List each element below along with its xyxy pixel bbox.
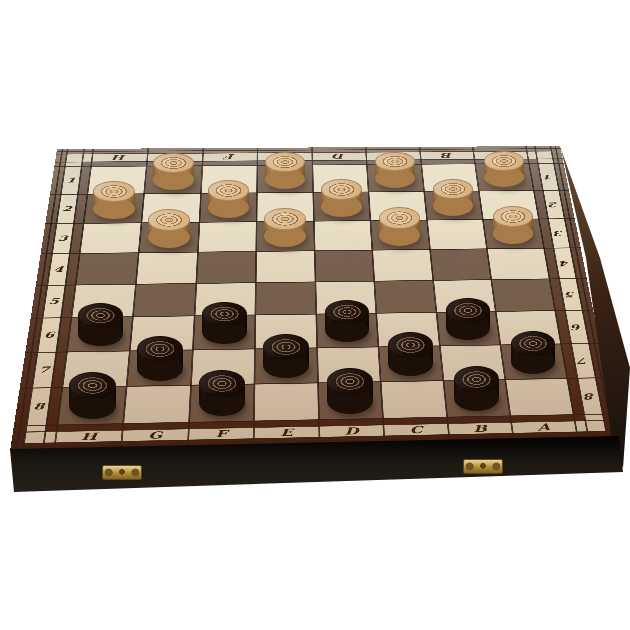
checker-part xyxy=(148,209,190,231)
checker-part xyxy=(388,332,433,357)
checker-dark[interactable] xyxy=(388,332,433,376)
checker-light[interactable] xyxy=(265,152,305,189)
checker-part xyxy=(208,180,249,201)
checker-dark[interactable] xyxy=(511,331,555,374)
checker-part xyxy=(511,331,555,356)
checker-light[interactable] xyxy=(493,206,534,244)
checker-light[interactable] xyxy=(433,179,473,216)
checker-part xyxy=(199,370,246,397)
pieces-layer xyxy=(0,0,630,630)
checker-dark[interactable] xyxy=(454,366,500,411)
checker-dark[interactable] xyxy=(78,303,123,346)
checker-dark[interactable] xyxy=(263,334,308,378)
checker-light[interactable] xyxy=(321,179,362,216)
checker-dark[interactable] xyxy=(325,300,369,343)
checker-light[interactable] xyxy=(208,180,249,218)
checker-dark[interactable] xyxy=(69,372,116,418)
checker-part xyxy=(379,207,420,229)
checker-part xyxy=(137,336,183,362)
checker-part xyxy=(446,298,490,322)
checker-part xyxy=(93,181,135,202)
checker-light[interactable] xyxy=(93,181,135,219)
checker-dark[interactable] xyxy=(446,298,490,340)
checker-part xyxy=(264,208,306,230)
checker-part xyxy=(202,302,247,327)
checker-light[interactable] xyxy=(375,152,415,188)
scene: HGFEDCBA HGFEDCBA 12345678 12345678 xyxy=(0,0,630,630)
checker-light[interactable] xyxy=(148,209,190,248)
checker-part xyxy=(325,300,369,324)
checker-light[interactable] xyxy=(379,207,420,245)
checker-dark[interactable] xyxy=(327,368,373,414)
checker-dark[interactable] xyxy=(202,302,247,345)
checker-part xyxy=(454,366,500,392)
checker-part xyxy=(327,368,373,395)
checker-part xyxy=(78,303,123,328)
checker-dark[interactable] xyxy=(199,370,246,416)
checker-part xyxy=(153,153,194,173)
checker-dark[interactable] xyxy=(137,336,183,381)
checker-part xyxy=(433,179,473,200)
checker-part xyxy=(321,179,362,200)
checker-light[interactable] xyxy=(264,208,306,247)
checker-part xyxy=(263,334,308,360)
checker-light[interactable] xyxy=(153,153,194,190)
checker-part xyxy=(484,151,523,171)
checker-light[interactable] xyxy=(484,151,523,187)
